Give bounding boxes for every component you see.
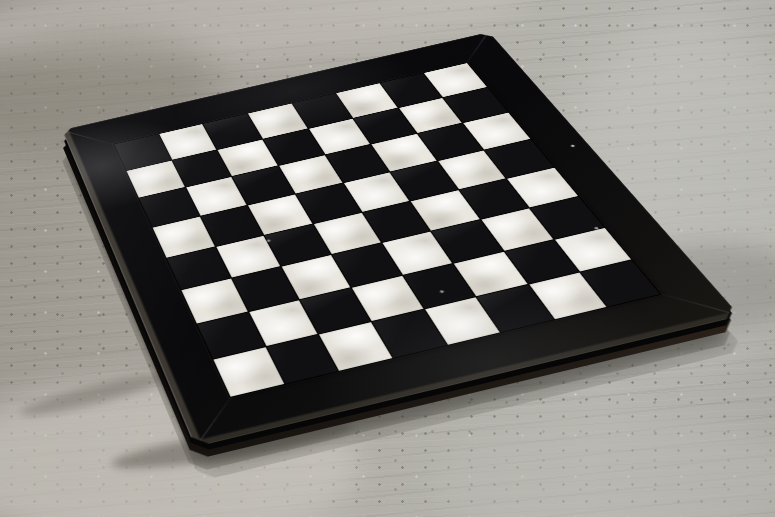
frame-miter-seam	[61, 130, 114, 145]
frame-miter-seam	[466, 32, 489, 64]
photo-scene	[0, 0, 775, 517]
